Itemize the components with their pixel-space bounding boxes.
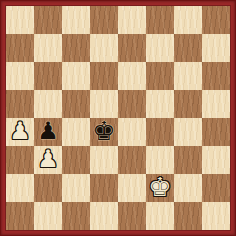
square-d6[interactable] xyxy=(90,62,118,90)
square-e2[interactable] xyxy=(118,174,146,202)
square-h6[interactable] xyxy=(202,62,230,90)
square-a1[interactable] xyxy=(6,202,34,230)
square-d1[interactable] xyxy=(90,202,118,230)
black-king-icon[interactable]: ♚ xyxy=(92,118,115,144)
square-a6[interactable] xyxy=(6,62,34,90)
square-h5[interactable] xyxy=(202,90,230,118)
square-b7[interactable] xyxy=(34,34,62,62)
square-c7[interactable] xyxy=(62,34,90,62)
square-a7[interactable] xyxy=(6,34,34,62)
square-h8[interactable] xyxy=(202,6,230,34)
square-h7[interactable] xyxy=(202,34,230,62)
black-pawn-icon[interactable]: ♟ xyxy=(37,119,59,143)
white-pawn-icon[interactable]: ♟ xyxy=(9,119,31,143)
square-g4[interactable] xyxy=(174,118,202,146)
square-g7[interactable] xyxy=(174,34,202,62)
square-a8[interactable] xyxy=(6,6,34,34)
square-h1[interactable] xyxy=(202,202,230,230)
square-d3[interactable] xyxy=(90,146,118,174)
square-c5[interactable] xyxy=(62,90,90,118)
square-e1[interactable] xyxy=(118,202,146,230)
square-a4[interactable]: ♟ xyxy=(6,118,34,146)
square-g6[interactable] xyxy=(174,62,202,90)
white-king-icon[interactable]: ♚ xyxy=(148,174,171,200)
square-e7[interactable] xyxy=(118,34,146,62)
square-c6[interactable] xyxy=(62,62,90,90)
square-e4[interactable] xyxy=(118,118,146,146)
square-b1[interactable] xyxy=(34,202,62,230)
square-e6[interactable] xyxy=(118,62,146,90)
square-e5[interactable] xyxy=(118,90,146,118)
square-c8[interactable] xyxy=(62,6,90,34)
square-d2[interactable] xyxy=(90,174,118,202)
square-d5[interactable] xyxy=(90,90,118,118)
square-b5[interactable] xyxy=(34,90,62,118)
square-f3[interactable] xyxy=(146,146,174,174)
square-d8[interactable] xyxy=(90,6,118,34)
square-f5[interactable] xyxy=(146,90,174,118)
square-a2[interactable] xyxy=(6,174,34,202)
square-h3[interactable] xyxy=(202,146,230,174)
square-g1[interactable] xyxy=(174,202,202,230)
square-b8[interactable] xyxy=(34,6,62,34)
square-b6[interactable] xyxy=(34,62,62,90)
square-f4[interactable] xyxy=(146,118,174,146)
square-b2[interactable] xyxy=(34,174,62,202)
square-g2[interactable] xyxy=(174,174,202,202)
white-pawn-icon[interactable]: ♟ xyxy=(37,147,59,171)
square-a5[interactable] xyxy=(6,90,34,118)
square-c2[interactable] xyxy=(62,174,90,202)
square-c4[interactable] xyxy=(62,118,90,146)
chess-board: ♟♟♚♟♚ xyxy=(6,6,230,230)
square-g3[interactable] xyxy=(174,146,202,174)
square-g5[interactable] xyxy=(174,90,202,118)
square-h4[interactable] xyxy=(202,118,230,146)
square-f6[interactable] xyxy=(146,62,174,90)
square-e3[interactable] xyxy=(118,146,146,174)
chess-board-frame: ♟♟♚♟♚ xyxy=(0,0,236,236)
square-h2[interactable] xyxy=(202,174,230,202)
square-d4[interactable]: ♚ xyxy=(90,118,118,146)
square-c3[interactable] xyxy=(62,146,90,174)
square-e8[interactable] xyxy=(118,6,146,34)
square-c1[interactable] xyxy=(62,202,90,230)
square-f2[interactable]: ♚ xyxy=(146,174,174,202)
square-b3[interactable]: ♟ xyxy=(34,146,62,174)
square-a3[interactable] xyxy=(6,146,34,174)
square-f8[interactable] xyxy=(146,6,174,34)
square-d7[interactable] xyxy=(90,34,118,62)
square-f7[interactable] xyxy=(146,34,174,62)
square-g8[interactable] xyxy=(174,6,202,34)
square-b4[interactable]: ♟ xyxy=(34,118,62,146)
square-f1[interactable] xyxy=(146,202,174,230)
